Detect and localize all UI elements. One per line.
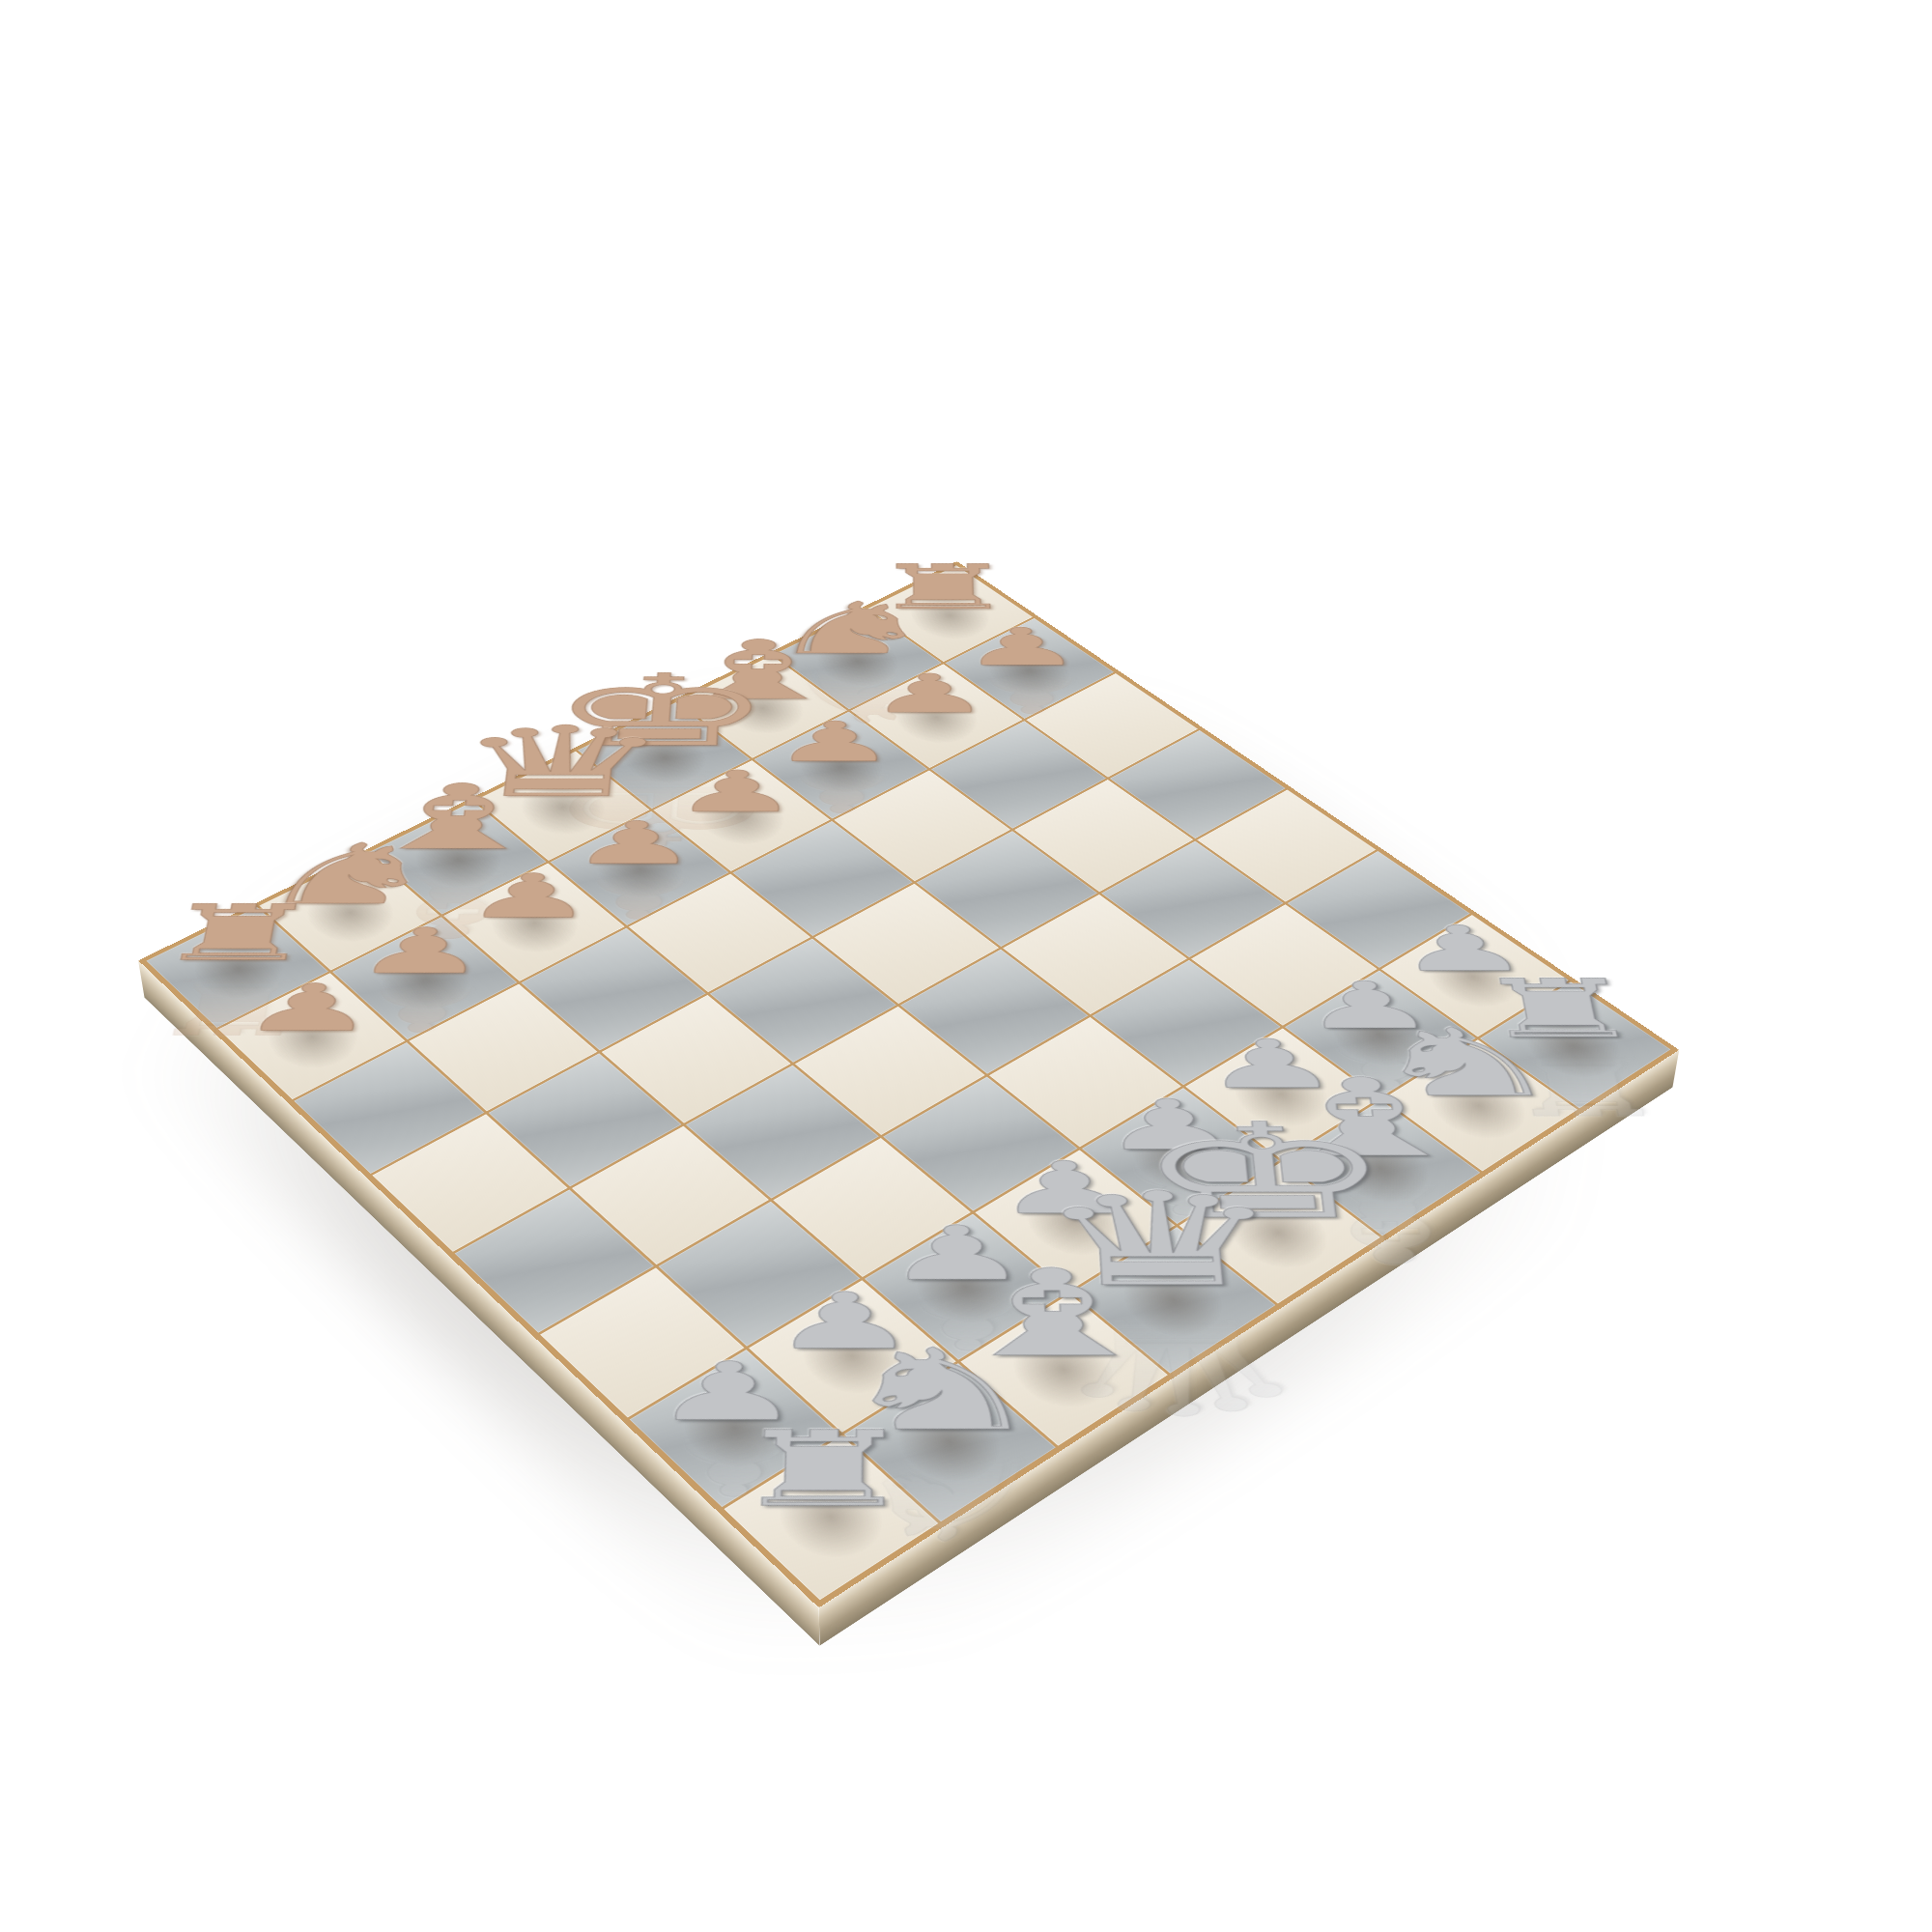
stage: ♜♟♟♟♜♜♞♞♟♟♟♞♝♟♟♟♝♝♚♚♟♟♟♚♛♟♟♟♛♛♝♝♟♟♟♝♞♟♟♟… (0, 0, 1932, 1932)
chessboard-scene: ♜♟♟♟♜♜♞♞♟♟♟♞♝♟♟♟♝♝♚♚♟♟♟♚♛♟♟♟♛♛♝♝♟♟♟♝♞♟♟♟… (0, 0, 1932, 1932)
chess-board: ♜♟♟♟♜♜♞♞♟♟♟♞♝♟♟♟♝♝♚♚♟♟♟♚♛♟♟♟♛♛♝♝♟♟♟♝♞♟♟♟… (138, 561, 1679, 1607)
